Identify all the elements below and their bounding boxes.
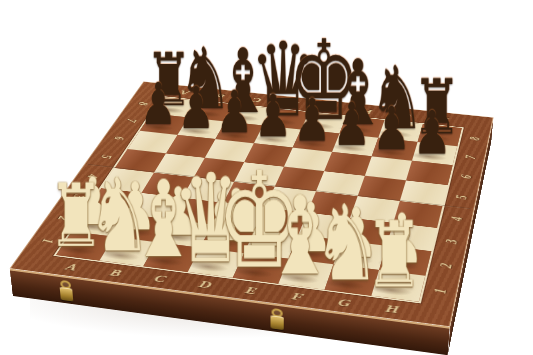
square-h1: ♜ bbox=[371, 270, 425, 302]
coordinate-label: 6 bbox=[443, 167, 488, 187]
clasp-plate-icon bbox=[270, 315, 283, 330]
brass-clasp-right bbox=[267, 307, 287, 334]
piece-white-rook-h1: ♜ bbox=[357, 210, 431, 301]
chess-set-photo: ABCDEFGH ABCDEFGH 87654321 87654321 ♜♞♝♛… bbox=[0, 0, 533, 355]
clasp-plate-icon bbox=[60, 287, 74, 301]
coordinate-label: 7 bbox=[448, 148, 492, 167]
chess-board: ABCDEFGH ABCDEFGH 87654321 87654321 ♜♞♝♛… bbox=[10, 82, 494, 327]
coordinate-label: 6 bbox=[96, 129, 143, 147]
brass-clasp-left bbox=[56, 279, 77, 305]
